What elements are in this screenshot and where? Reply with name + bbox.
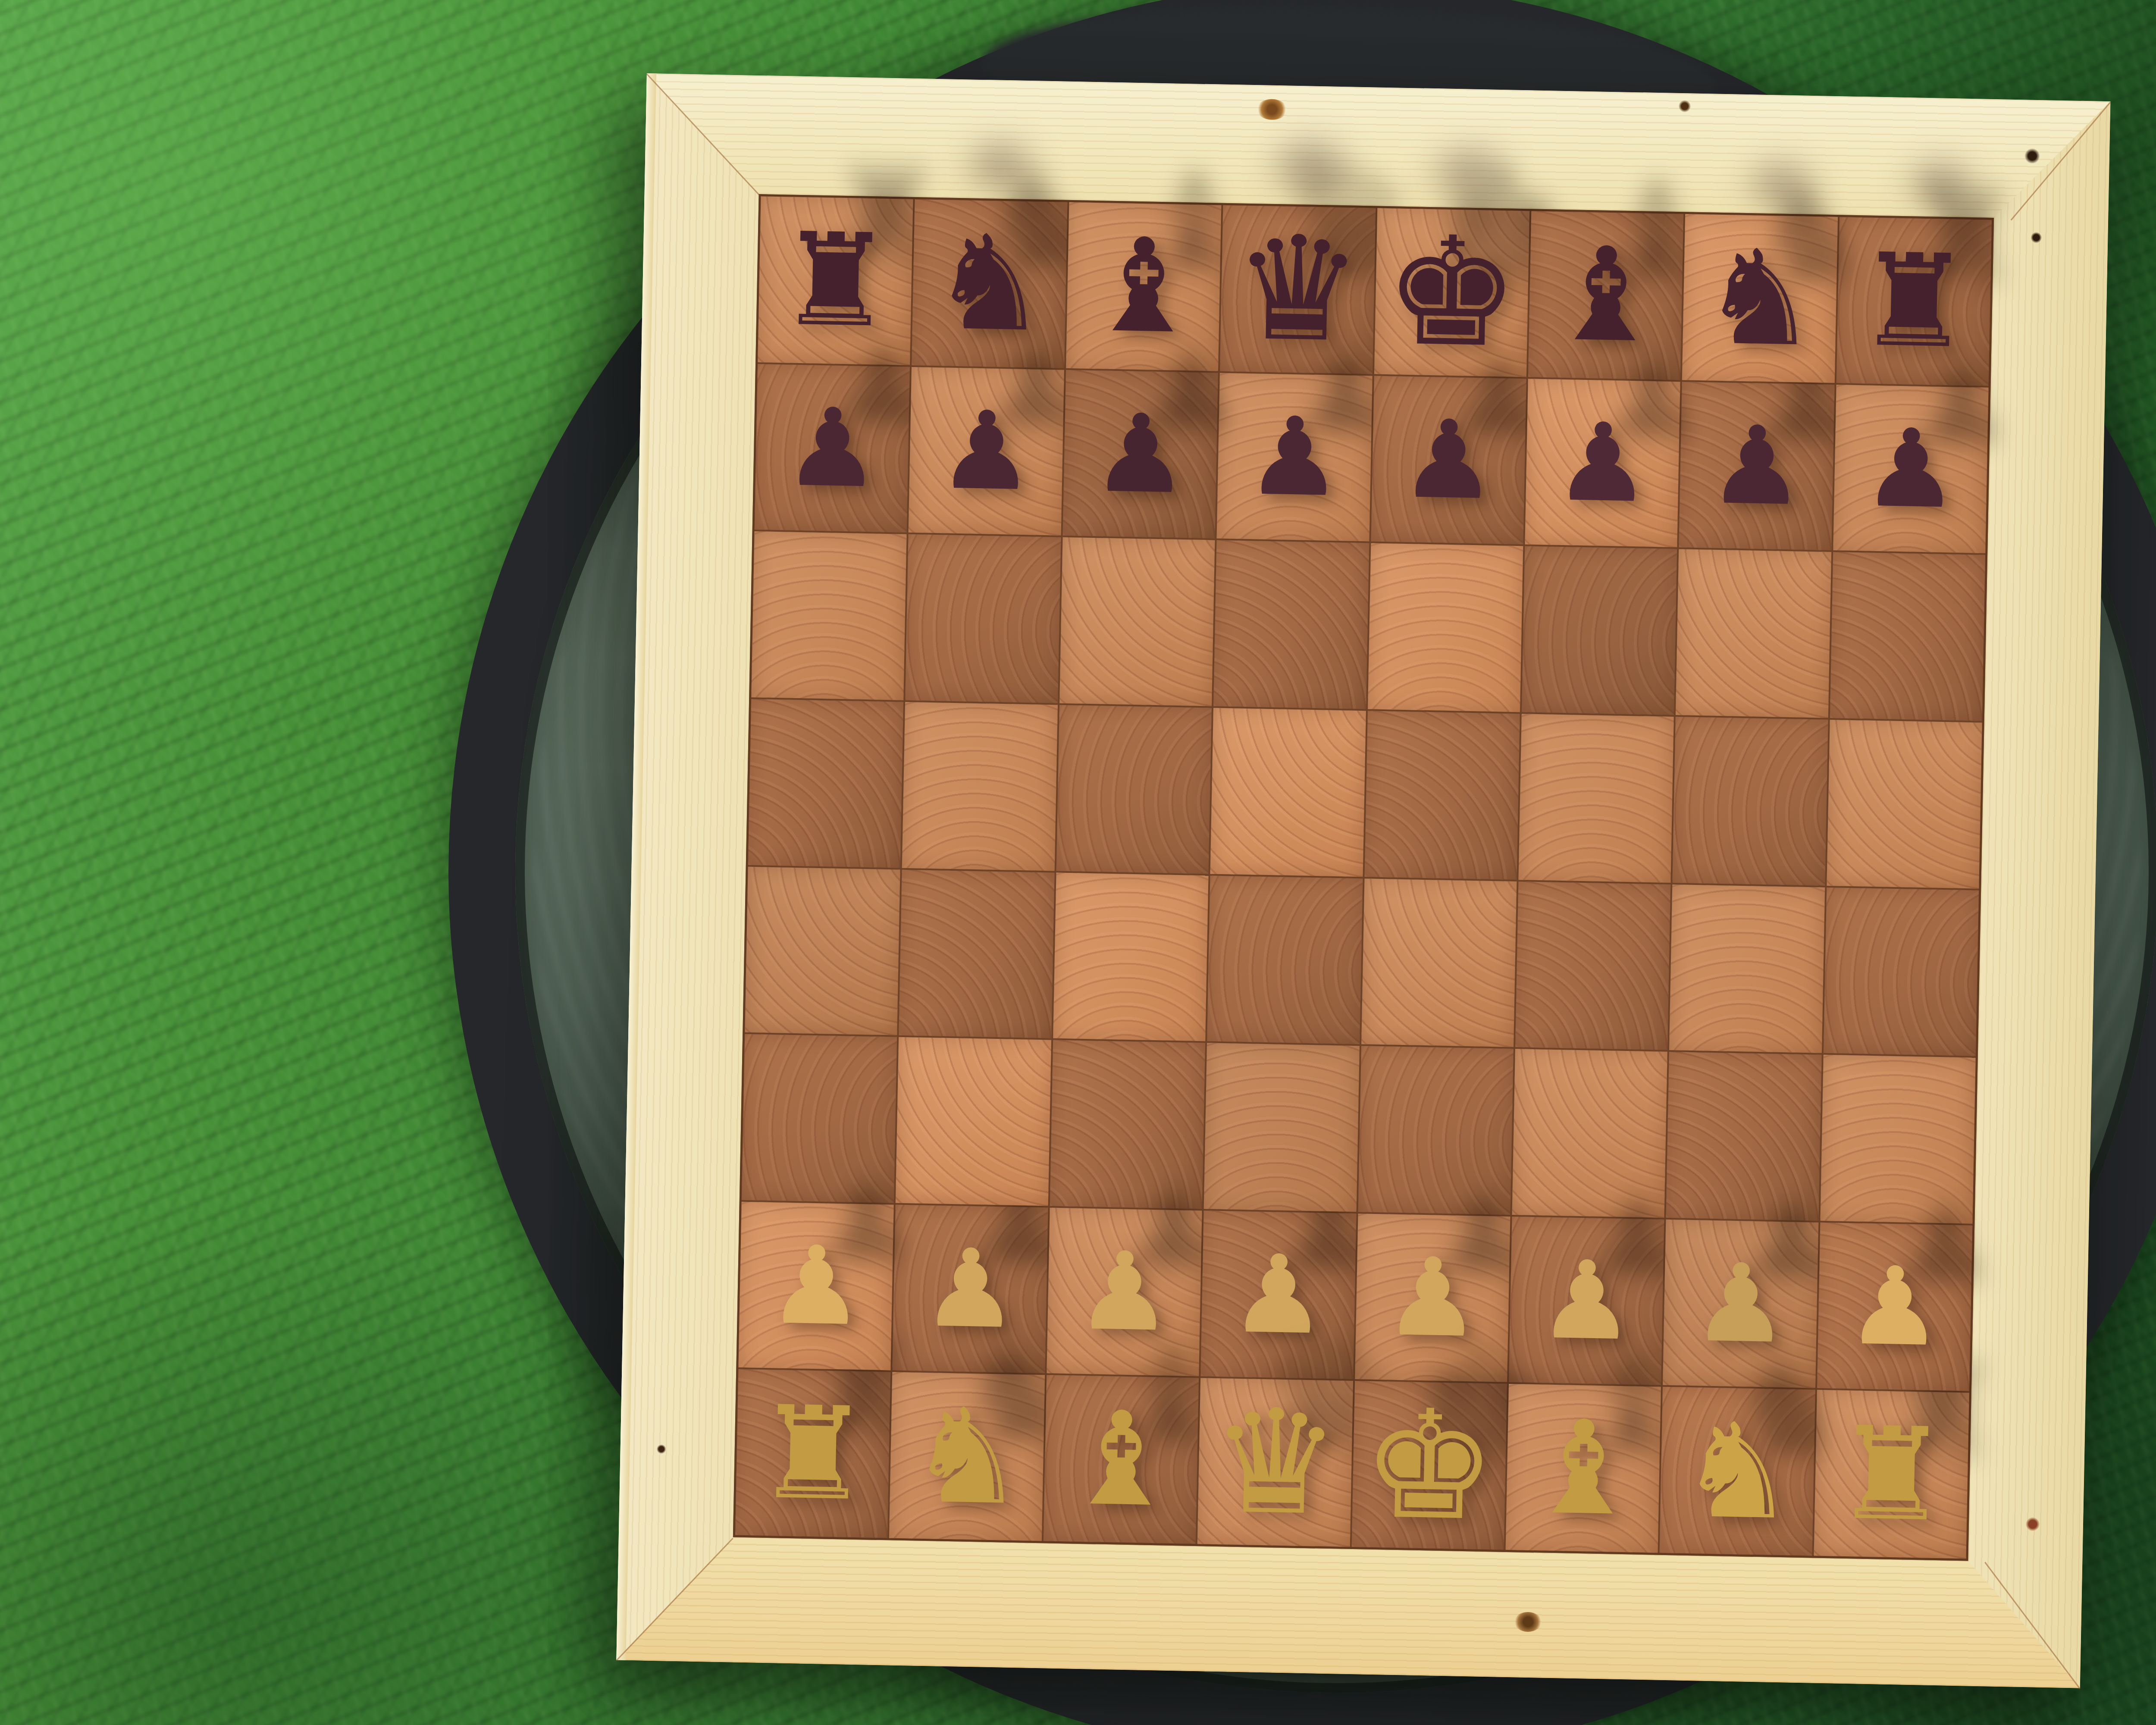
square-h8[interactable]: ♜	[1836, 217, 1992, 386]
piece-white-knight[interactable]: ♞	[907, 1390, 1027, 1523]
piece-black-pawn[interactable]: ♟	[1553, 408, 1652, 518]
piece-white-pawn[interactable]: ♟	[921, 1234, 1020, 1344]
piece-white-bishop[interactable]: ♝	[1062, 1394, 1181, 1525]
square-c3[interactable]	[1050, 1040, 1206, 1209]
square-c8[interactable]: ♝	[1066, 202, 1222, 371]
square-g5[interactable]	[1673, 717, 1828, 885]
square-g6[interactable]	[1676, 549, 1831, 718]
square-b1[interactable]: ♞	[889, 1372, 1045, 1541]
square-h1[interactable]: ♜	[1814, 1390, 1969, 1559]
square-c1[interactable]: ♝	[1044, 1375, 1199, 1544]
piece-white-pawn[interactable]: ♟	[1537, 1246, 1636, 1355]
square-e6[interactable]	[1368, 543, 1523, 712]
square-a4[interactable]	[745, 866, 900, 1035]
square-e5[interactable]	[1364, 711, 1520, 879]
square-b6[interactable]	[906, 534, 1061, 703]
square-g3[interactable]	[1666, 1052, 1822, 1220]
square-h5[interactable]	[1827, 720, 1982, 888]
square-a7[interactable]: ♟	[755, 364, 910, 533]
square-b5[interactable]	[902, 702, 1058, 871]
square-b3[interactable]	[896, 1037, 1051, 1206]
square-c4[interactable]	[1053, 872, 1209, 1041]
square-e2[interactable]: ♟	[1355, 1214, 1510, 1382]
square-b2[interactable]: ♟	[893, 1204, 1048, 1373]
piece-black-knight[interactable]: ♞	[1700, 232, 1820, 365]
square-b4[interactable]	[899, 869, 1055, 1038]
piece-white-rook[interactable]: ♜	[1833, 1409, 1950, 1539]
piece-white-pawn[interactable]: ♟	[1075, 1237, 1174, 1347]
square-d7[interactable]: ♟	[1217, 373, 1373, 541]
square-e4[interactable]	[1361, 878, 1517, 1047]
square-h3[interactable]	[1820, 1055, 1976, 1223]
piece-black-pawn[interactable]: ♟	[1861, 414, 1960, 524]
piece-black-king[interactable]: ♚	[1383, 216, 1520, 369]
square-d4[interactable]	[1207, 875, 1363, 1044]
square-f4[interactable]	[1515, 881, 1671, 1050]
square-f6[interactable]	[1522, 546, 1677, 715]
square-d8[interactable]: ♛	[1220, 205, 1376, 374]
square-e7[interactable]: ♟	[1371, 376, 1526, 544]
square-g8[interactable]: ♞	[1682, 214, 1838, 383]
piece-black-pawn[interactable]: ♟	[1707, 411, 1806, 521]
square-h4[interactable]	[1824, 887, 1979, 1056]
board-playing-area: ♜♞♝♛♚♝♞♜♟♟♟♟♟♟♟♟♟♟♟♟♟♟♟♟♜♞♝♛♚♝♞♜	[733, 194, 1994, 1561]
square-c7[interactable]: ♟	[1062, 370, 1218, 538]
piece-white-pawn[interactable]: ♟	[1845, 1252, 1944, 1361]
square-a8[interactable]: ♜	[758, 196, 913, 365]
square-g1[interactable]: ♞	[1660, 1387, 1815, 1556]
piece-black-rook[interactable]: ♜	[1855, 236, 1972, 366]
square-f8[interactable]: ♝	[1528, 211, 1684, 379]
piece-white-bishop[interactable]: ♝	[1524, 1402, 1643, 1534]
square-d5[interactable]	[1210, 708, 1366, 876]
square-g2[interactable]: ♟	[1663, 1220, 1818, 1388]
square-g7[interactable]: ♟	[1679, 382, 1835, 550]
backyard-chess-scene: ♜♞♝♛♚♝♞♜♟♟♟♟♟♟♟♟♟♟♟♟♟♟♟♟♜♞♝♛♚♝♞♜	[0, 0, 2156, 1725]
piece-white-pawn[interactable]: ♟	[1383, 1243, 1482, 1352]
square-a1[interactable]: ♜	[735, 1369, 891, 1538]
piece-white-rook[interactable]: ♜	[755, 1389, 871, 1518]
piece-white-pawn[interactable]: ♟	[1229, 1240, 1328, 1350]
square-d1[interactable]: ♛	[1197, 1378, 1353, 1547]
square-c2[interactable]: ♟	[1047, 1207, 1202, 1376]
square-h7[interactable]: ♟	[1833, 385, 1989, 553]
square-b8[interactable]: ♞	[912, 199, 1068, 368]
square-f1[interactable]: ♝	[1506, 1384, 1661, 1552]
square-e3[interactable]	[1358, 1046, 1514, 1214]
piece-black-knight[interactable]: ♞	[930, 217, 1050, 350]
square-a2[interactable]: ♟	[738, 1201, 894, 1370]
piece-white-pawn[interactable]: ♟	[1691, 1249, 1790, 1358]
square-d2[interactable]: ♟	[1200, 1211, 1356, 1379]
piece-black-bishop[interactable]: ♝	[1084, 221, 1203, 352]
square-h6[interactable]	[1830, 552, 1985, 721]
piece-black-pawn[interactable]: ♟	[1399, 405, 1498, 515]
piece-white-knight[interactable]: ♞	[1677, 1405, 1797, 1538]
square-b7[interactable]: ♟	[909, 367, 1064, 536]
piece-white-pawn[interactable]: ♟	[767, 1231, 865, 1341]
square-a6[interactable]	[751, 531, 907, 700]
piece-black-pawn[interactable]: ♟	[783, 393, 882, 503]
square-h2[interactable]: ♟	[1817, 1222, 1973, 1391]
square-f2[interactable]: ♟	[1509, 1217, 1664, 1385]
square-f3[interactable]	[1512, 1049, 1667, 1217]
chess-board: ♜♞♝♛♚♝♞♜♟♟♟♟♟♟♟♟♟♟♟♟♟♟♟♟♜♞♝♛♚♝♞♜	[616, 73, 2110, 1688]
square-f5[interactable]	[1518, 714, 1674, 882]
piece-white-king[interactable]: ♚	[1360, 1389, 1498, 1542]
square-a5[interactable]	[748, 699, 904, 868]
square-c5[interactable]	[1056, 705, 1212, 874]
square-d3[interactable]	[1204, 1043, 1360, 1211]
piece-black-bishop[interactable]: ♝	[1547, 230, 1665, 361]
piece-black-pawn[interactable]: ♟	[937, 396, 1036, 506]
piece-black-queen[interactable]: ♛	[1232, 216, 1364, 363]
square-e1[interactable]: ♚	[1351, 1381, 1507, 1549]
piece-black-pawn[interactable]: ♟	[1245, 402, 1344, 512]
square-d6[interactable]	[1213, 540, 1369, 709]
square-e8[interactable]: ♚	[1374, 208, 1529, 377]
square-a3[interactable]	[742, 1034, 897, 1203]
square-f7[interactable]: ♟	[1525, 379, 1680, 547]
square-g4[interactable]	[1669, 884, 1825, 1053]
piece-black-pawn[interactable]: ♟	[1091, 399, 1190, 509]
square-c6[interactable]	[1059, 537, 1215, 706]
piece-black-rook[interactable]: ♜	[777, 216, 894, 345]
piece-white-queen[interactable]: ♛	[1209, 1389, 1341, 1536]
